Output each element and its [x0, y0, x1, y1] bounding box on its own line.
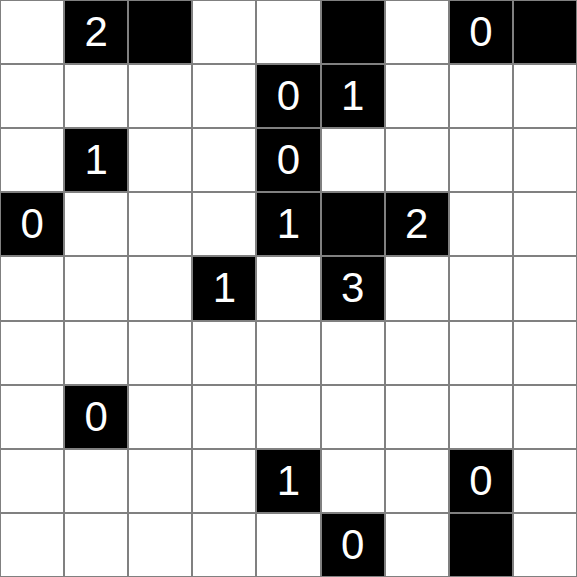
empty-cell-r6c0[interactable]: [1, 386, 63, 448]
empty-cell-r2c8[interactable]: [514, 129, 576, 191]
empty-cell-r8c3[interactable]: [193, 514, 255, 576]
wall-cell-clue-r4c5: 3: [322, 257, 384, 319]
empty-cell-r2c2[interactable]: [129, 129, 191, 191]
empty-cell-r4c4[interactable]: [257, 257, 319, 319]
empty-cell-r6c7[interactable]: [450, 386, 512, 448]
wall-cell-r0c8: [514, 1, 576, 63]
empty-cell-r1c3[interactable]: [193, 65, 255, 127]
empty-cell-r3c1[interactable]: [65, 193, 127, 255]
wall-cell-clue-r3c0: 0: [1, 193, 63, 255]
wall-cell-clue-r6c1: 0: [65, 386, 127, 448]
empty-cell-r8c6[interactable]: [386, 514, 448, 576]
empty-cell-r5c2[interactable]: [129, 322, 191, 384]
wall-cell-clue-r2c1: 1: [65, 129, 127, 191]
empty-cell-r7c2[interactable]: [129, 450, 191, 512]
empty-cell-r2c7[interactable]: [450, 129, 512, 191]
wall-cell-clue-r3c4: 1: [257, 193, 319, 255]
empty-cell-r5c1[interactable]: [65, 322, 127, 384]
wall-cell-r0c5: [322, 1, 384, 63]
empty-cell-r3c2[interactable]: [129, 193, 191, 255]
empty-cell-r1c0[interactable]: [1, 65, 63, 127]
empty-cell-r5c3[interactable]: [193, 322, 255, 384]
empty-cell-r4c6[interactable]: [386, 257, 448, 319]
wall-cell-clue-r8c5: 0: [322, 514, 384, 576]
empty-cell-r3c8[interactable]: [514, 193, 576, 255]
empty-cell-r1c7[interactable]: [450, 65, 512, 127]
empty-cell-r6c3[interactable]: [193, 386, 255, 448]
empty-cell-r3c3[interactable]: [193, 193, 255, 255]
empty-cell-r5c0[interactable]: [1, 322, 63, 384]
empty-cell-r0c4[interactable]: [257, 1, 319, 63]
empty-cell-r8c4[interactable]: [257, 514, 319, 576]
empty-cell-r5c7[interactable]: [450, 322, 512, 384]
empty-cell-r4c1[interactable]: [65, 257, 127, 319]
wall-cell-clue-r0c1: 2: [65, 1, 127, 63]
empty-cell-r1c8[interactable]: [514, 65, 576, 127]
empty-cell-r7c0[interactable]: [1, 450, 63, 512]
wall-cell-r3c5: [322, 193, 384, 255]
empty-cell-r7c3[interactable]: [193, 450, 255, 512]
empty-cell-r6c4[interactable]: [257, 386, 319, 448]
empty-cell-r6c6[interactable]: [386, 386, 448, 448]
empty-cell-r1c6[interactable]: [386, 65, 448, 127]
wall-cell-clue-r0c7: 0: [450, 1, 512, 63]
empty-cell-r5c5[interactable]: [322, 322, 384, 384]
empty-cell-r7c5[interactable]: [322, 450, 384, 512]
wall-cell-r0c2: [129, 1, 191, 63]
empty-cell-r5c8[interactable]: [514, 322, 576, 384]
empty-cell-r4c0[interactable]: [1, 257, 63, 319]
empty-cell-r1c1[interactable]: [65, 65, 127, 127]
empty-cell-r5c6[interactable]: [386, 322, 448, 384]
empty-cell-r7c1[interactable]: [65, 450, 127, 512]
empty-cell-r8c2[interactable]: [129, 514, 191, 576]
wall-cell-clue-r4c3: 1: [193, 257, 255, 319]
wall-cell-clue-r1c5: 1: [322, 65, 384, 127]
empty-cell-r0c3[interactable]: [193, 1, 255, 63]
empty-cell-r1c2[interactable]: [129, 65, 191, 127]
empty-cell-r4c7[interactable]: [450, 257, 512, 319]
empty-cell-r0c0[interactable]: [1, 1, 63, 63]
akari-board: 200110012130100: [0, 0, 577, 577]
wall-cell-clue-r1c4: 0: [257, 65, 319, 127]
empty-cell-r7c8[interactable]: [514, 450, 576, 512]
empty-cell-r0c6[interactable]: [386, 1, 448, 63]
empty-cell-r2c5[interactable]: [322, 129, 384, 191]
empty-cell-r8c8[interactable]: [514, 514, 576, 576]
empty-cell-r3c7[interactable]: [450, 193, 512, 255]
empty-cell-r2c6[interactable]: [386, 129, 448, 191]
empty-cell-r6c2[interactable]: [129, 386, 191, 448]
wall-cell-clue-r7c4: 1: [257, 450, 319, 512]
empty-cell-r6c8[interactable]: [514, 386, 576, 448]
wall-cell-r8c7: [450, 514, 512, 576]
empty-cell-r8c0[interactable]: [1, 514, 63, 576]
empty-cell-r7c6[interactable]: [386, 450, 448, 512]
empty-cell-r2c3[interactable]: [193, 129, 255, 191]
wall-cell-clue-r3c6: 2: [386, 193, 448, 255]
empty-cell-r4c2[interactable]: [129, 257, 191, 319]
wall-cell-clue-r7c7: 0: [450, 450, 512, 512]
wall-cell-clue-r2c4: 0: [257, 129, 319, 191]
empty-cell-r4c8[interactable]: [514, 257, 576, 319]
empty-cell-r6c5[interactable]: [322, 386, 384, 448]
empty-cell-r2c0[interactable]: [1, 129, 63, 191]
empty-cell-r5c4[interactable]: [257, 322, 319, 384]
empty-cell-r8c1[interactable]: [65, 514, 127, 576]
